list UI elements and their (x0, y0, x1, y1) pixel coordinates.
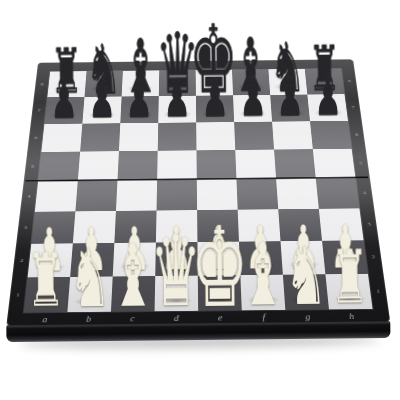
piece-white-rook[interactable]: ♜ (27, 244, 66, 317)
piece-white-bishop[interactable]: ♝ (110, 232, 156, 319)
piece-black-pawn[interactable]: ♟ (238, 72, 266, 125)
piece-white-knight[interactable]: ♞ (285, 235, 328, 316)
piece-black-pawn[interactable]: ♟ (125, 73, 153, 126)
piece-black-pawn[interactable]: ♟ (87, 73, 115, 126)
piece-white-rook[interactable]: ♜ (330, 241, 369, 314)
piece-black-pawn[interactable]: ♟ (314, 71, 342, 124)
piece-black-pawn[interactable]: ♟ (201, 72, 229, 125)
piece-black-pawn[interactable]: ♟ (163, 73, 191, 126)
product-photo-stage: abcdefgh1122334455667788 ♜♞♝♛♚♝♞♜♟♟♟♟♟♟♟… (0, 0, 400, 400)
piece-black-pawn[interactable]: ♟ (276, 71, 304, 124)
piece-white-bishop[interactable]: ♝ (240, 231, 286, 318)
piece-black-pawn[interactable]: ♟ (50, 74, 78, 127)
piece-white-knight[interactable]: ♞ (68, 237, 111, 318)
pieces-layer: ♜♞♝♛♚♝♞♜♟♟♟♟♟♟♟♟♟♟♟♟♟♟♟♟♜♞♝♛♚♝♞♜ (0, 0, 400, 400)
